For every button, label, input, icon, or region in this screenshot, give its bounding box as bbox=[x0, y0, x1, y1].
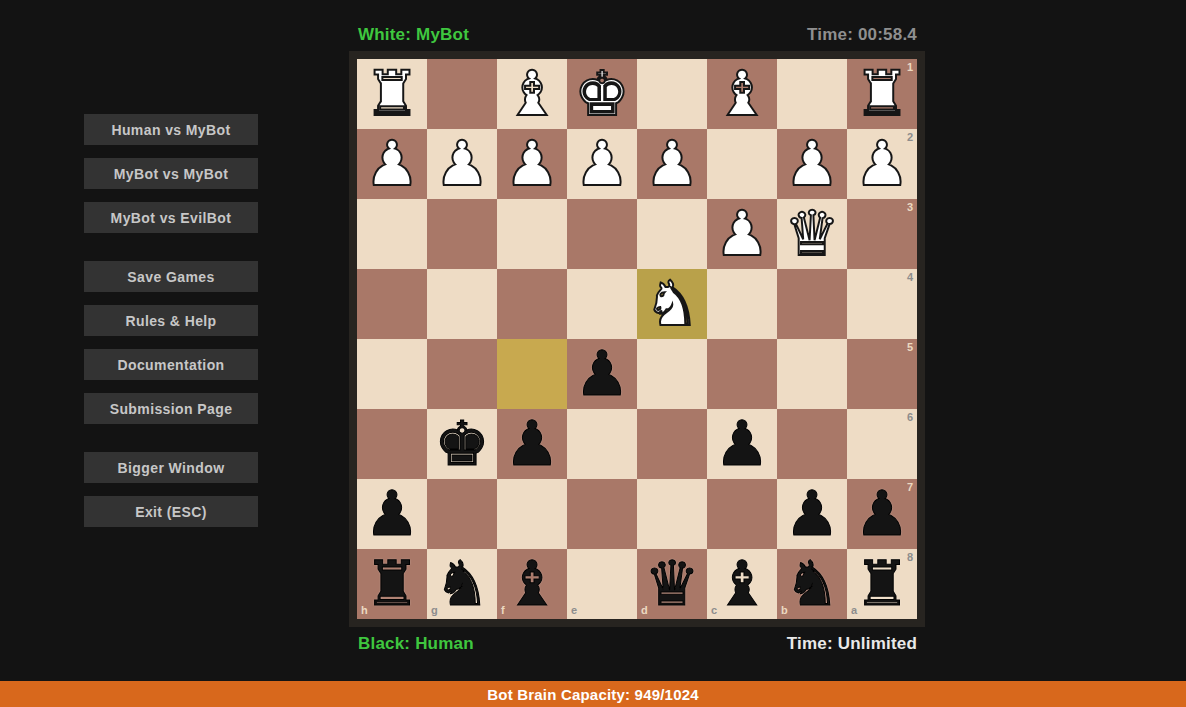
square-f7[interactable] bbox=[497, 479, 567, 549]
rank-label-8: 8 bbox=[907, 552, 913, 563]
black-pawn-b7[interactable]: ♟ bbox=[784, 483, 840, 545]
sidebar-button-rules-help[interactable]: Rules & Help bbox=[84, 305, 258, 336]
square-e1[interactable]: ♚ bbox=[567, 59, 637, 129]
black-pawn-a7[interactable]: ♟ bbox=[854, 483, 910, 545]
white-pawn-e2[interactable]: ♟ bbox=[574, 133, 630, 195]
black-pawn-e5[interactable]: ♟ bbox=[574, 343, 630, 405]
sidebar-button-submission-page[interactable]: Submission Page bbox=[84, 393, 258, 424]
square-e2[interactable]: ♟ bbox=[567, 129, 637, 199]
square-g6[interactable]: ♚ bbox=[427, 409, 497, 479]
file-label-c: c bbox=[711, 605, 717, 616]
black-time-label: Time: Unlimited bbox=[787, 634, 917, 654]
file-label-g: g bbox=[431, 605, 438, 616]
bot-brain-capacity-text: Bot Brain Capacity: 949/1024 bbox=[487, 686, 699, 703]
square-g7[interactable] bbox=[427, 479, 497, 549]
square-h4[interactable] bbox=[357, 269, 427, 339]
file-label-b: b bbox=[781, 605, 788, 616]
square-h8[interactable]: ♜h bbox=[357, 549, 427, 619]
square-a3[interactable]: 3 bbox=[847, 199, 917, 269]
sidebar: Human vs MyBotMyBot vs MyBotMyBot vs Evi… bbox=[84, 114, 258, 540]
black-player-label: Black: Human bbox=[358, 634, 474, 654]
rank-label-5: 5 bbox=[907, 342, 913, 353]
square-b4[interactable] bbox=[777, 269, 847, 339]
sidebar-button-documentation[interactable]: Documentation bbox=[84, 349, 258, 380]
rank-label-3: 3 bbox=[907, 202, 913, 213]
square-e8[interactable]: e bbox=[567, 549, 637, 619]
black-rook-a8[interactable]: ♜ bbox=[854, 553, 910, 615]
rank-label-2: 2 bbox=[907, 132, 913, 143]
square-g2[interactable]: ♟ bbox=[427, 129, 497, 199]
file-label-h: h bbox=[361, 605, 368, 616]
square-h2[interactable]: ♟ bbox=[357, 129, 427, 199]
square-e3[interactable] bbox=[567, 199, 637, 269]
square-e6[interactable] bbox=[567, 409, 637, 479]
chess-board: ♜♝♚♝♜1♟♟♟♟♟♟♟2♟♛3♞4♟5♚♟♟6♟♟♟7♜h♞g♝fe♛d♝c… bbox=[357, 59, 917, 619]
black-bishop-f8[interactable]: ♝ bbox=[504, 553, 560, 615]
rank-label-7: 7 bbox=[907, 482, 913, 493]
square-h3[interactable] bbox=[357, 199, 427, 269]
black-rook-h8[interactable]: ♜ bbox=[364, 553, 420, 615]
square-b7[interactable]: ♟ bbox=[777, 479, 847, 549]
square-b2[interactable]: ♟ bbox=[777, 129, 847, 199]
rank-label-4: 4 bbox=[907, 272, 913, 283]
white-bishop-c1[interactable]: ♝ bbox=[714, 63, 770, 125]
square-h6[interactable] bbox=[357, 409, 427, 479]
sidebar-button-save-games[interactable]: Save Games bbox=[84, 261, 258, 292]
square-f8[interactable]: ♝f bbox=[497, 549, 567, 619]
square-a7[interactable]: ♟7 bbox=[847, 479, 917, 549]
square-d6[interactable] bbox=[637, 409, 707, 479]
square-g8[interactable]: ♞g bbox=[427, 549, 497, 619]
square-b8[interactable]: ♞b bbox=[777, 549, 847, 619]
square-d8[interactable]: ♛d bbox=[637, 549, 707, 619]
square-c6[interactable]: ♟ bbox=[707, 409, 777, 479]
square-d2[interactable]: ♟ bbox=[637, 129, 707, 199]
square-d7[interactable] bbox=[637, 479, 707, 549]
white-pawn-h2[interactable]: ♟ bbox=[364, 133, 420, 195]
sidebar-button-exit-esc[interactable]: Exit (ESC) bbox=[84, 496, 258, 527]
square-c1[interactable]: ♝ bbox=[707, 59, 777, 129]
black-pawn-h7[interactable]: ♟ bbox=[364, 483, 420, 545]
black-king-g6[interactable]: ♚ bbox=[434, 413, 490, 475]
square-a6[interactable]: 6 bbox=[847, 409, 917, 479]
bot-brain-capacity-bar: Bot Brain Capacity: 949/1024 bbox=[0, 681, 1186, 707]
black-pawn-f6[interactable]: ♟ bbox=[504, 413, 560, 475]
black-knight-b8[interactable]: ♞ bbox=[784, 553, 840, 615]
white-queen-b3[interactable]: ♛ bbox=[784, 203, 840, 265]
square-e7[interactable] bbox=[567, 479, 637, 549]
file-label-f: f bbox=[501, 605, 505, 616]
rank-label-6: 6 bbox=[907, 412, 913, 423]
file-label-d: d bbox=[641, 605, 648, 616]
rank-label-1: 1 bbox=[907, 62, 913, 73]
square-d1[interactable] bbox=[637, 59, 707, 129]
white-pawn-g2[interactable]: ♟ bbox=[434, 133, 490, 195]
square-c2[interactable] bbox=[707, 129, 777, 199]
square-b5[interactable] bbox=[777, 339, 847, 409]
square-c7[interactable] bbox=[707, 479, 777, 549]
square-b1[interactable] bbox=[777, 59, 847, 129]
square-g3[interactable] bbox=[427, 199, 497, 269]
sidebar-button-human-vs-mybot[interactable]: Human vs MyBot bbox=[84, 114, 258, 145]
square-d3[interactable] bbox=[637, 199, 707, 269]
sidebar-button-mybot-vs-evilbot[interactable]: MyBot vs EvilBot bbox=[84, 202, 258, 233]
file-label-e: e bbox=[571, 605, 577, 616]
white-pawn-a2[interactable]: ♟ bbox=[854, 133, 910, 195]
square-c8[interactable]: ♝c bbox=[707, 549, 777, 619]
square-h1[interactable]: ♜ bbox=[357, 59, 427, 129]
white-pawn-c3[interactable]: ♟ bbox=[714, 203, 770, 265]
square-f5[interactable] bbox=[497, 339, 567, 409]
square-f2[interactable]: ♟ bbox=[497, 129, 567, 199]
square-a4[interactable]: 4 bbox=[847, 269, 917, 339]
square-f1[interactable]: ♝ bbox=[497, 59, 567, 129]
square-a2[interactable]: ♟2 bbox=[847, 129, 917, 199]
square-g1[interactable] bbox=[427, 59, 497, 129]
square-a1[interactable]: ♜1 bbox=[847, 59, 917, 129]
white-king-e1[interactable]: ♚ bbox=[574, 63, 630, 125]
square-c5[interactable] bbox=[707, 339, 777, 409]
square-b6[interactable] bbox=[777, 409, 847, 479]
square-c4[interactable] bbox=[707, 269, 777, 339]
square-d4[interactable]: ♞ bbox=[637, 269, 707, 339]
square-b3[interactable]: ♛ bbox=[777, 199, 847, 269]
black-bishop-c8[interactable]: ♝ bbox=[714, 553, 770, 615]
white-knight-d4[interactable]: ♞ bbox=[644, 273, 700, 335]
sidebar-button-mybot-vs-mybot[interactable]: MyBot vs MyBot bbox=[84, 158, 258, 189]
square-a5[interactable]: 5 bbox=[847, 339, 917, 409]
black-knight-g8[interactable]: ♞ bbox=[434, 553, 490, 615]
white-time-label: Time: 00:58.4 bbox=[807, 25, 917, 45]
white-rook-h1[interactable]: ♜ bbox=[364, 63, 420, 125]
white-pawn-f2[interactable]: ♟ bbox=[504, 133, 560, 195]
square-f4[interactable] bbox=[497, 269, 567, 339]
white-bishop-f1[interactable]: ♝ bbox=[504, 63, 560, 125]
white-rook-a1[interactable]: ♜ bbox=[854, 63, 910, 125]
square-e5[interactable]: ♟ bbox=[567, 339, 637, 409]
square-g4[interactable] bbox=[427, 269, 497, 339]
white-pawn-b2[interactable]: ♟ bbox=[784, 133, 840, 195]
file-label-a: a bbox=[851, 605, 857, 616]
black-queen-d8[interactable]: ♛ bbox=[644, 553, 700, 615]
board-frame: ♜♝♚♝♜1♟♟♟♟♟♟♟2♟♛3♞4♟5♚♟♟6♟♟♟7♜h♞g♝fe♛d♝c… bbox=[349, 51, 925, 627]
square-f6[interactable]: ♟ bbox=[497, 409, 567, 479]
square-h5[interactable] bbox=[357, 339, 427, 409]
black-pawn-c6[interactable]: ♟ bbox=[714, 413, 770, 475]
white-pawn-d2[interactable]: ♟ bbox=[644, 133, 700, 195]
square-f3[interactable] bbox=[497, 199, 567, 269]
square-d5[interactable] bbox=[637, 339, 707, 409]
square-g5[interactable] bbox=[427, 339, 497, 409]
white-player-label: White: MyBot bbox=[358, 25, 469, 45]
square-c3[interactable]: ♟ bbox=[707, 199, 777, 269]
square-h7[interactable]: ♟ bbox=[357, 479, 427, 549]
sidebar-button-bigger-window[interactable]: Bigger Window bbox=[84, 452, 258, 483]
square-a8[interactable]: ♜8a bbox=[847, 549, 917, 619]
square-e4[interactable] bbox=[567, 269, 637, 339]
